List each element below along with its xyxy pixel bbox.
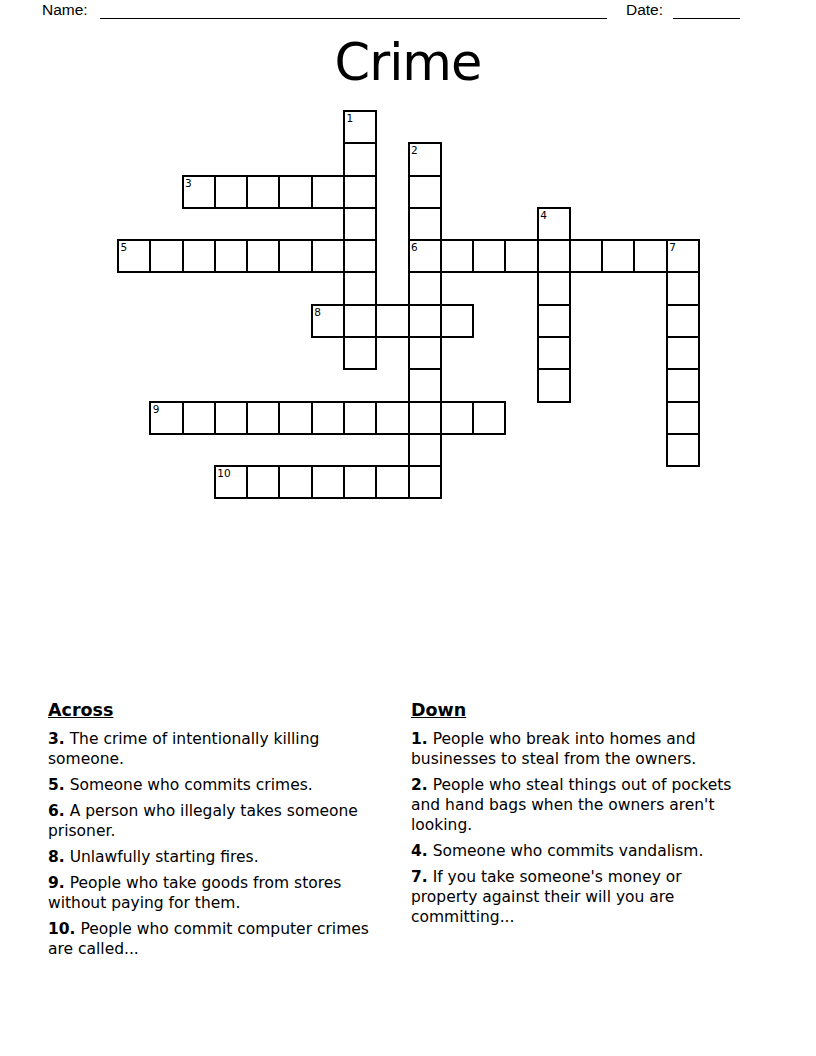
- grid-cell: [408, 465, 442, 499]
- clue-number-label: 2.: [411, 776, 428, 794]
- clue-text: People who break into homes and business…: [411, 730, 696, 768]
- across-heading: Across: [48, 699, 372, 721]
- grid-cell: [311, 175, 345, 209]
- cell-number: 5: [121, 242, 128, 253]
- grid-cell: [343, 304, 377, 338]
- grid-cell: [311, 239, 345, 273]
- grid-cell: [666, 304, 700, 338]
- clue-number-label: 10.: [48, 920, 75, 938]
- grid-cell: [472, 239, 506, 273]
- grid-cell: [537, 271, 571, 305]
- grid-cell: [666, 368, 700, 402]
- grid-cell: [149, 239, 183, 273]
- grid-cell: [311, 465, 345, 499]
- cell-number: 1: [346, 113, 353, 124]
- date-label: Date:: [626, 1, 663, 19]
- grid-cell: [214, 401, 248, 435]
- clue-number-label: 1.: [411, 730, 428, 748]
- grid-cell: [408, 433, 442, 467]
- clue-text: Someone who commits crimes.: [70, 776, 313, 794]
- grid-cell: [472, 401, 506, 435]
- grid-cell: [408, 401, 442, 435]
- cell-number: 9: [153, 404, 160, 415]
- clue-down-4: 4. Someone who commits vandalism.: [411, 841, 735, 861]
- clue-across-3: 3. The crime of intentionally killing so…: [48, 729, 372, 769]
- grid-cell: [278, 175, 312, 209]
- grid-cell: [537, 304, 571, 338]
- grid-cell: [408, 207, 442, 241]
- grid-cell: [214, 239, 248, 273]
- cell-number: 8: [314, 307, 321, 318]
- clue-text: If you take someone's money or property …: [411, 868, 682, 926]
- clue-number-label: 8.: [48, 848, 65, 866]
- clue-text: People who take goods from stores withou…: [48, 874, 341, 912]
- clue-text: People who steal things out of pockets a…: [411, 776, 731, 834]
- grid-cell: [537, 239, 571, 273]
- grid-cell: [246, 401, 280, 435]
- grid-cell: [537, 336, 571, 370]
- grid-cell: [182, 239, 216, 273]
- clue-down-1: 1. People who break into homes and busin…: [411, 729, 735, 769]
- clue-text: People who commit computer crimes are ca…: [48, 920, 369, 958]
- across-clue-list: 3. The crime of intentionally killing so…: [48, 729, 372, 959]
- grid-cell: [343, 142, 377, 176]
- grid-cell: [408, 175, 442, 209]
- puzzle-title: Crime: [0, 36, 816, 90]
- clue-across-9: 9. People who take goods from stores wit…: [48, 873, 372, 913]
- name-label: Name:: [42, 1, 88, 19]
- grid-cell: [666, 271, 700, 305]
- grid-cell: [440, 401, 474, 435]
- grid-cell: [311, 401, 345, 435]
- clue-text: Unlawfully starting fires.: [70, 848, 259, 866]
- clue-text: The crime of intentionally killing someo…: [48, 730, 319, 768]
- cell-number: 6: [411, 242, 418, 253]
- cell-number: 10: [217, 468, 230, 479]
- down-heading: Down: [411, 699, 735, 721]
- name-blank-line: [100, 2, 607, 19]
- cell-number: 4: [540, 210, 547, 221]
- grid-cell: [504, 239, 538, 273]
- clue-across-10: 10. People who commit computer crimes ar…: [48, 919, 372, 959]
- worksheet-page: Name: Date: Crime 12345678910 Across 3. …: [0, 0, 816, 1056]
- clue-text: Someone who commits vandalism.: [433, 842, 704, 860]
- clue-number-label: 5.: [48, 776, 65, 794]
- grid-cell: [343, 175, 377, 209]
- grid-cell: [408, 304, 442, 338]
- grid-cell: [343, 271, 377, 305]
- down-clues-section: Down 1. People who break into homes and …: [411, 699, 735, 933]
- grid-cell: [633, 239, 667, 273]
- clue-down-2: 2. People who steal things out of pocket…: [411, 775, 735, 835]
- grid-cell: [278, 239, 312, 273]
- grid-cell: [246, 175, 280, 209]
- grid-cell: [375, 304, 409, 338]
- clue-number-label: 6.: [48, 802, 65, 820]
- grid-cell: [666, 433, 700, 467]
- clue-number-label: 9.: [48, 874, 65, 892]
- grid-cell: [375, 401, 409, 435]
- down-clue-list: 1. People who break into homes and busin…: [411, 729, 735, 927]
- clue-across-8: 8. Unlawfully starting fires.: [48, 847, 372, 867]
- across-clues-section: Across 3. The crime of intentionally kil…: [48, 699, 372, 965]
- grid-cell: [182, 401, 216, 435]
- grid-cell: [666, 401, 700, 435]
- clue-number-label: 3.: [48, 730, 65, 748]
- clue-text: A person who illegaly takes someone pris…: [48, 802, 358, 840]
- grid-cell: [537, 368, 571, 402]
- clue-number-label: 7.: [411, 868, 428, 886]
- grid-cell: [246, 465, 280, 499]
- grid-cell: [278, 465, 312, 499]
- grid-cell: [408, 271, 442, 305]
- grid-cell: [375, 465, 409, 499]
- grid-cell: [440, 239, 474, 273]
- grid-cell: [569, 239, 603, 273]
- grid-cell: [278, 401, 312, 435]
- grid-cell: [343, 239, 377, 273]
- clue-number-label: 4.: [411, 842, 428, 860]
- grid-cell: [246, 239, 280, 273]
- grid-cell: [343, 401, 377, 435]
- cell-number: 2: [411, 145, 418, 156]
- grid-cell: [440, 304, 474, 338]
- date-blank-line: [673, 2, 740, 19]
- grid-cell: [343, 207, 377, 241]
- clue-down-7: 7. If you take someone's money or proper…: [411, 867, 735, 927]
- cell-number: 7: [669, 242, 676, 253]
- grid-cell: [601, 239, 635, 273]
- grid-cell: [408, 336, 442, 370]
- grid-cell: [343, 465, 377, 499]
- grid-cell: [343, 336, 377, 370]
- grid-cell: [666, 336, 700, 370]
- clue-across-6: 6. A person who illegaly takes someone p…: [48, 801, 372, 841]
- cell-number: 3: [185, 178, 192, 189]
- grid-cell: [214, 175, 248, 209]
- clue-across-5: 5. Someone who commits crimes.: [48, 775, 372, 795]
- grid-cell: [408, 368, 442, 402]
